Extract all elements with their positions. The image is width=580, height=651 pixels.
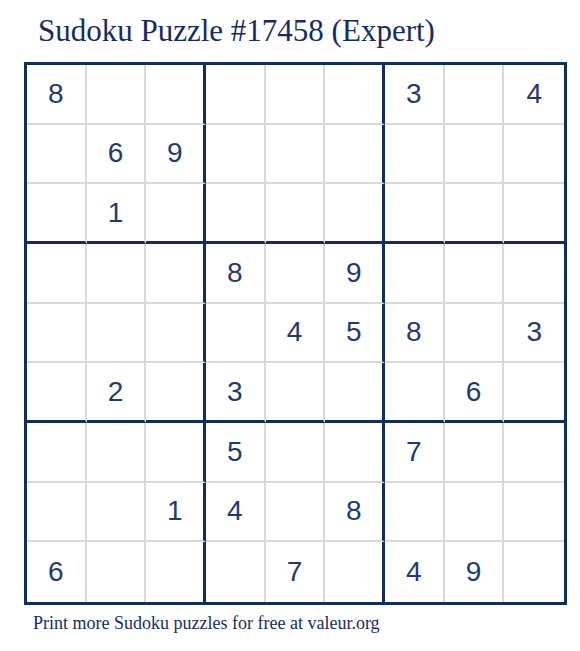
cell-r9c8-given: 9	[445, 542, 505, 602]
cell-r7c3-empty[interactable]	[146, 423, 206, 483]
footer-text: Print more Sudoku puzzles for free at va…	[33, 613, 380, 634]
cell-r2c5-empty[interactable]	[266, 125, 326, 185]
cell-r9c6-empty[interactable]	[325, 542, 385, 602]
cell-r1c6-empty[interactable]	[325, 65, 385, 125]
cell-r4c4-given: 8	[206, 244, 266, 304]
cell-r6c2-given: 2	[87, 363, 147, 423]
cell-r8c3-given: 1	[146, 483, 206, 543]
cell-r8c4-given: 4	[206, 483, 266, 543]
cell-r8c9-empty[interactable]	[504, 483, 564, 543]
cell-r4c1-empty[interactable]	[27, 244, 87, 304]
cell-r2c8-empty[interactable]	[445, 125, 505, 185]
cell-r4c9-empty[interactable]	[504, 244, 564, 304]
cell-r1c5-empty[interactable]	[266, 65, 326, 125]
cell-r5c9-given: 3	[504, 304, 564, 364]
cell-r1c4-empty[interactable]	[206, 65, 266, 125]
cell-r3c2-given: 1	[87, 184, 147, 244]
cell-r7c1-empty[interactable]	[27, 423, 87, 483]
cell-r3c3-empty[interactable]	[146, 184, 206, 244]
cell-r5c2-empty[interactable]	[87, 304, 147, 364]
cell-r2c4-empty[interactable]	[206, 125, 266, 185]
cell-r8c2-empty[interactable]	[87, 483, 147, 543]
cell-r5c3-empty[interactable]	[146, 304, 206, 364]
cell-r3c1-empty[interactable]	[27, 184, 87, 244]
cell-r2c9-empty[interactable]	[504, 125, 564, 185]
cell-r7c4-given: 5	[206, 423, 266, 483]
cell-r8c7-empty[interactable]	[385, 483, 445, 543]
cell-r9c9-empty[interactable]	[504, 542, 564, 602]
cell-r7c6-empty[interactable]	[325, 423, 385, 483]
cell-r5c4-empty[interactable]	[206, 304, 266, 364]
cell-r9c7-given: 4	[385, 542, 445, 602]
cell-r5c1-empty[interactable]	[27, 304, 87, 364]
cell-r8c1-empty[interactable]	[27, 483, 87, 543]
sudoku-page: Sudoku Puzzle #17458 (Expert) 8346918945…	[0, 0, 580, 651]
cell-r5c5-given: 4	[266, 304, 326, 364]
cell-r9c2-empty[interactable]	[87, 542, 147, 602]
cell-r4c3-empty[interactable]	[146, 244, 206, 304]
cell-r2c7-empty[interactable]	[385, 125, 445, 185]
cell-r7c8-empty[interactable]	[445, 423, 505, 483]
cell-r4c2-empty[interactable]	[87, 244, 147, 304]
cell-r4c8-empty[interactable]	[445, 244, 505, 304]
cell-r6c8-given: 6	[445, 363, 505, 423]
page-title: Sudoku Puzzle #17458 (Expert)	[38, 14, 435, 48]
cell-r6c4-given: 3	[206, 363, 266, 423]
cell-r1c7-given: 3	[385, 65, 445, 125]
cell-r9c5-given: 7	[266, 542, 326, 602]
cell-r6c6-empty[interactable]	[325, 363, 385, 423]
cell-r7c5-empty[interactable]	[266, 423, 326, 483]
cell-r2c6-empty[interactable]	[325, 125, 385, 185]
cell-r5c6-given: 5	[325, 304, 385, 364]
cell-r1c9-given: 4	[504, 65, 564, 125]
cell-r7c7-given: 7	[385, 423, 445, 483]
cell-r9c3-empty[interactable]	[146, 542, 206, 602]
cell-r6c3-empty[interactable]	[146, 363, 206, 423]
cell-r8c8-empty[interactable]	[445, 483, 505, 543]
cell-r4c6-given: 9	[325, 244, 385, 304]
cell-r5c7-given: 8	[385, 304, 445, 364]
cell-r3c6-empty[interactable]	[325, 184, 385, 244]
cell-r1c1-given: 8	[27, 65, 87, 125]
cell-r1c8-empty[interactable]	[445, 65, 505, 125]
cell-r8c5-empty[interactable]	[266, 483, 326, 543]
cell-r3c4-empty[interactable]	[206, 184, 266, 244]
cell-r6c9-empty[interactable]	[504, 363, 564, 423]
cell-r3c9-empty[interactable]	[504, 184, 564, 244]
cell-r3c8-empty[interactable]	[445, 184, 505, 244]
cell-r4c5-empty[interactable]	[266, 244, 326, 304]
cell-r6c1-empty[interactable]	[27, 363, 87, 423]
cell-r2c1-empty[interactable]	[27, 125, 87, 185]
cell-r6c5-empty[interactable]	[266, 363, 326, 423]
cell-r9c1-given: 6	[27, 542, 87, 602]
cell-r3c5-empty[interactable]	[266, 184, 326, 244]
cell-r7c9-empty[interactable]	[504, 423, 564, 483]
cell-r7c2-empty[interactable]	[87, 423, 147, 483]
cell-r3c7-empty[interactable]	[385, 184, 445, 244]
cell-r1c3-empty[interactable]	[146, 65, 206, 125]
cell-r9c4-empty[interactable]	[206, 542, 266, 602]
cell-r6c7-empty[interactable]	[385, 363, 445, 423]
cell-r4c7-empty[interactable]	[385, 244, 445, 304]
sudoku-grid: 834691894583236571486749	[24, 62, 567, 605]
cell-r2c3-given: 9	[146, 125, 206, 185]
cell-r1c2-empty[interactable]	[87, 65, 147, 125]
cell-r5c8-empty[interactable]	[445, 304, 505, 364]
cell-r2c2-given: 6	[87, 125, 147, 185]
cell-r8c6-given: 8	[325, 483, 385, 543]
